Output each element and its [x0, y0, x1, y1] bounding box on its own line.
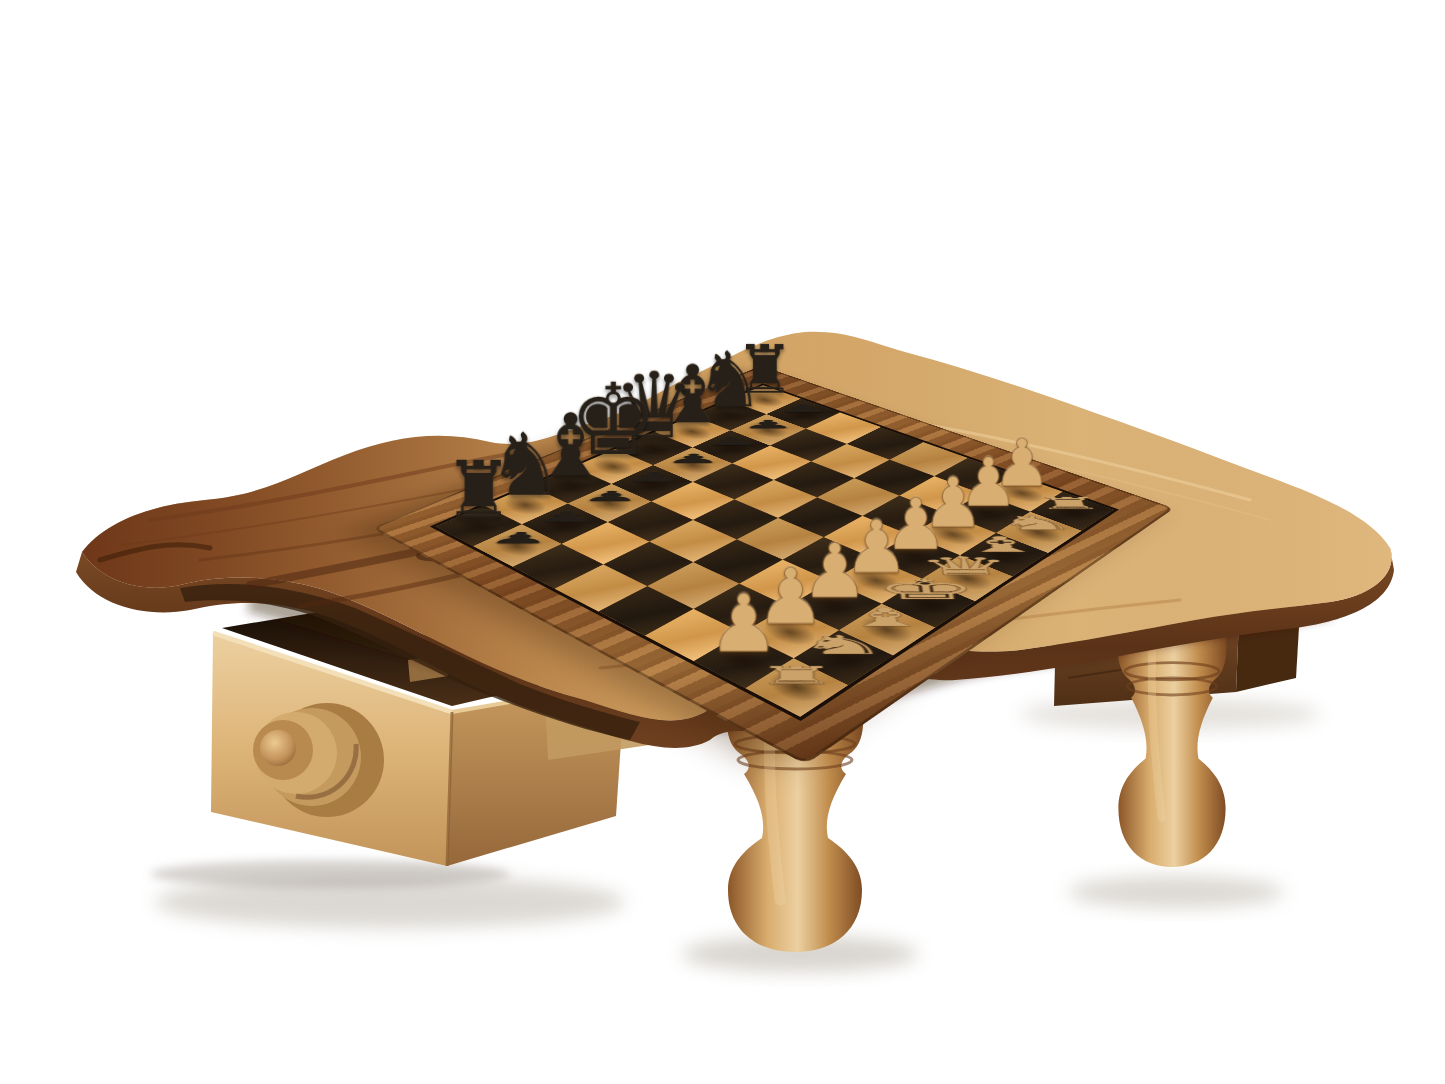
square-h1[interactable]: ♜: [745, 658, 848, 716]
black-rook-glyph: ♜: [408, 451, 549, 530]
white-rook-glyph: ♜: [712, 663, 882, 688]
white-pawn-glyph: ♟: [661, 584, 826, 664]
chess-table-scene: ♜♟♟♜♞♟♟♞♝♟♟♝♛♟♟♛♚♟♟♚♝♟♟♝♞♟♟♞♜♟♟♜: [0, 0, 1445, 1084]
square-h7[interactable]: ♟: [473, 524, 561, 567]
